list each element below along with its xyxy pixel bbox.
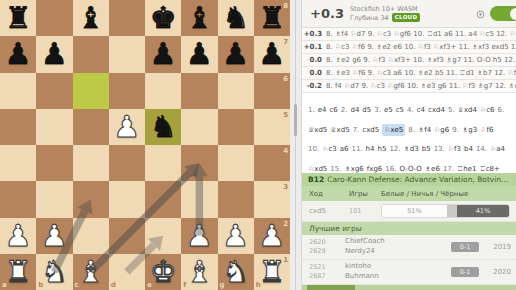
move-number: 15. — [330, 163, 341, 174]
move-number: 5. — [448, 104, 455, 117]
move-number: 12. — [389, 143, 400, 156]
engine-line-5[interactable]: -0.28. f4 ♘d7 9. ♘c3 ♘gf6 10. ♗e3 g6 11.… — [302, 80, 516, 93]
engine-line-1[interactable]: +0.38. ♗f4 ♘d7 9. ♘c3 ♘gf6 10. ♖d1 a6 11… — [302, 28, 516, 41]
piece-white-pawn-d5[interactable]: ♟ — [109, 109, 145, 145]
move-token[interactable]: ♖he1 — [457, 163, 476, 174]
square-b8[interactable] — [36, 0, 72, 36]
move-token[interactable]: c5 — [396, 104, 404, 117]
piece-black-bishop-f8[interactable]: ♝ — [181, 0, 217, 36]
engine-name: Stockfish 10+ WASM — [350, 5, 420, 13]
square-f6[interactable] — [181, 73, 217, 109]
move-token[interactable]: ♘a4 — [490, 143, 505, 156]
move-number: 13. — [434, 143, 445, 156]
move-token[interactable]: ♖c8+ — [480, 163, 500, 174]
move-token[interactable]: b4 — [464, 143, 473, 156]
square-g4[interactable] — [218, 145, 254, 181]
piece-white-king-e1[interactable]: ♚ — [145, 254, 181, 290]
explorer-move-san: cxd5 — [302, 207, 349, 215]
square-a4[interactable] — [0, 145, 36, 181]
square-c6[interactable] — [73, 73, 109, 109]
square-a5[interactable] — [0, 109, 36, 145]
piece-black-pawn-a7[interactable]: ♟ — [0, 36, 36, 72]
move-number: 10. — [308, 143, 319, 156]
line-moves: 8. ♗e3 ♘f6 9. ♘c3 a6 10. ♗e2 b5 11. ♖d1 … — [326, 69, 516, 77]
move-number: 1. — [308, 104, 315, 117]
piece-black-rook-h8[interactable]: ♜ — [254, 0, 290, 36]
square-h4[interactable] — [254, 145, 290, 181]
move-token[interactable]: e4 — [318, 104, 327, 117]
square-d2[interactable] — [109, 218, 145, 254]
engine-lines: +0.38. ♗f4 ♘d7 9. ♘c3 ♘gf6 10. ♖d1 a6 11… — [302, 28, 516, 93]
piece-black-pawn-b7[interactable]: ♟ — [36, 36, 72, 72]
square-e3[interactable] — [145, 181, 181, 217]
move-token[interactable]: ♘f3 — [448, 143, 461, 156]
game-players: kintohoBuhmann — [345, 262, 451, 282]
move-number: 6. — [498, 104, 505, 117]
depth-label: Глубина 34 — [350, 14, 389, 22]
move-token[interactable]: d5 — [362, 104, 371, 117]
current-move[interactable]: ♘xe5 — [382, 124, 405, 137]
move-token[interactable]: ♗e6 — [425, 163, 440, 174]
move-token[interactable]: ♘xd5 — [308, 163, 327, 174]
line-moves: 8. ♗e2 g6 9. ♘f3 ♘xf3+ 10. ♗xf3 ♗g7 11. … — [326, 56, 516, 64]
square-b3[interactable] — [36, 181, 72, 217]
line-eval: +0.1 — [302, 43, 322, 51]
move-number: 11. — [351, 143, 362, 156]
square-h5[interactable] — [254, 109, 290, 145]
move-token[interactable]: fxg6 — [367, 163, 383, 174]
move-token[interactable]: ♗xg6 — [344, 163, 363, 174]
result-bar: 51%41% — [381, 204, 510, 218]
scrollbar-thumb[interactable] — [294, 104, 297, 136]
square-b6[interactable] — [36, 73, 72, 109]
piece-black-pawn-h7[interactable]: ♟ — [254, 36, 290, 72]
square-e2[interactable] — [145, 218, 181, 254]
square-b4[interactable] — [36, 145, 72, 181]
top-games-header: Лучшие игры — [302, 222, 516, 235]
square-c5[interactable] — [73, 109, 109, 145]
square-h3[interactable] — [254, 181, 290, 217]
move-token[interactable]: b5 — [422, 143, 431, 156]
move-number: 16. — [385, 163, 396, 174]
square-c7[interactable] — [73, 36, 109, 72]
move-number: 14. — [476, 143, 487, 156]
toggle-knob — [510, 8, 516, 20]
move-number: 4. — [407, 104, 414, 117]
move-token[interactable]: ♗d3 — [404, 143, 419, 156]
explorer-footer-bar — [302, 285, 516, 290]
game-year: 2020 — [487, 268, 516, 276]
game-result-badge: 0-1 — [451, 242, 479, 252]
explorer-column-headers: Ход Игры Белые / Ничья / Чёрные — [302, 186, 516, 201]
col-games: Игры — [349, 190, 381, 198]
game-players: ChiefCoachNerdy24 — [345, 237, 451, 257]
top-game-kintoho-vs-Buhmann[interactable]: 25212687kintohoBuhmann0-12020 — [302, 260, 516, 285]
cloud-badge: CLOUD — [392, 13, 421, 22]
piece-black-pawn-g7[interactable]: ♟ — [218, 36, 254, 72]
analysis-panel: +0.3 Stockfish 10+ WASM Глубина 34 CLOUD… — [302, 0, 516, 290]
piece-black-pawn-f7[interactable]: ♟ — [181, 36, 217, 72]
move-token[interactable]: ♘f6 — [480, 124, 493, 137]
line-moves: 8. f4 ♘d7 9. ♘c3 ♘gf6 10. ♗e3 g6 11. ♘f3… — [326, 82, 516, 90]
square-d3[interactable] — [109, 181, 145, 217]
square-c3[interactable] — [73, 181, 109, 217]
engine-depth: Глубина 34 CLOUD — [350, 13, 420, 22]
opening-name: Caro-Kann Defense: Advance Variation, Bo… — [327, 175, 510, 184]
analysis-app: ♜♝♚♝♞♜♟♟♟♟♟♟♟♞♟♟♟♟♟♜♞♝♚♝♞♜ 12345678abcde… — [0, 0, 516, 290]
col-move: Ход — [302, 190, 349, 198]
piece-black-rook-a8[interactable]: ♜ — [0, 0, 36, 36]
move-number: 9. — [452, 124, 459, 137]
move-number: 8. — [408, 124, 415, 137]
square-f4[interactable] — [181, 145, 217, 181]
square-h6[interactable] — [254, 73, 290, 109]
square-f3[interactable] — [181, 181, 217, 217]
piece-white-pawn-a2[interactable]: ♟ — [0, 218, 36, 254]
chess-board[interactable]: ♜♝♚♝♞♜♟♟♟♟♟♟♟♞♟♟♟♟♟♜♞♝♚♝♞♜ 12345678abcde… — [0, 0, 290, 290]
move-token[interactable]: ♕xd5 — [330, 124, 349, 137]
square-e6[interactable] — [145, 73, 181, 109]
piece-black-knight-e5[interactable]: ♞ — [145, 109, 181, 145]
line-eval: 0.0 — [302, 69, 322, 77]
square-g6[interactable] — [218, 73, 254, 109]
square-d1[interactable] — [109, 254, 145, 290]
top-games-list: 26202629ChiefCoachNerdy240-1201925212687… — [302, 235, 516, 285]
move-token[interactable]: ♘c3 — [322, 143, 337, 156]
move-token[interactable]: h5 — [378, 143, 387, 156]
line-eval: 0.0 — [302, 56, 322, 64]
piece-white-knight-b1[interactable]: ♞ — [36, 254, 72, 290]
line-eval: +0.3 — [302, 30, 322, 38]
move-token[interactable]: a6 — [340, 143, 349, 156]
square-c2[interactable] — [73, 218, 109, 254]
move-token[interactable]: ♗g3 — [462, 124, 477, 137]
explorer-move-cxd5[interactable]: cxd510151%41% — [302, 201, 516, 222]
move-token[interactable]: ♕xd5 — [308, 124, 327, 137]
move-token[interactable]: d4 — [350, 104, 359, 117]
move-token[interactable]: c6 — [329, 104, 337, 117]
piece-white-bishop-f1[interactable]: ♝ — [181, 254, 217, 290]
game-year: 2019 — [487, 243, 516, 251]
move-token[interactable]: c4 — [417, 104, 425, 117]
game-result-badge: 0-1 — [451, 267, 479, 277]
game-ratings: 26202629 — [302, 238, 345, 257]
engine-eval: +0.3 — [310, 6, 344, 21]
square-d7[interactable] — [109, 36, 145, 72]
move-token[interactable]: ♘g6 — [434, 124, 449, 137]
piece-black-knight-g8[interactable]: ♞ — [218, 0, 254, 36]
line-moves: 8. ♗f4 ♘d7 9. ♘c3 ♘gf6 10. ♖d1 a6 11. a4… — [326, 30, 516, 38]
white-pct: 51% — [382, 205, 447, 217]
piece-white-rook-h1[interactable]: ♜ — [254, 254, 290, 290]
piece-white-pawn-h2[interactable]: ♟ — [254, 218, 290, 254]
engine-header: +0.3 Stockfish 10+ WASM Глубина 34 CLOUD — [302, 0, 516, 28]
move-token[interactable]: O-O-O — [399, 163, 421, 174]
top-game-ChiefCoach-vs-Nerdy24[interactable]: 26202629ChiefCoachNerdy240-12019 — [302, 235, 516, 260]
square-a3[interactable] — [0, 181, 36, 217]
square-d8[interactable] — [109, 0, 145, 36]
draw-pct — [447, 205, 457, 217]
move-number: 17. — [443, 163, 454, 174]
explorer-game-count: 101 — [349, 207, 381, 215]
piece-white-rook-a1[interactable]: ♜ — [0, 254, 36, 290]
engine-line-2[interactable]: +0.18. ♘c3 ♘f6 9. ♗e2 e6 10. ♘f3 ♘xf3+ 1… — [302, 41, 516, 54]
move-token[interactable]: ♗f4 — [418, 124, 431, 137]
square-g5[interactable] — [218, 109, 254, 145]
move-token[interactable]: h4 — [366, 143, 375, 156]
square-d6[interactable] — [109, 73, 145, 109]
piece-white-bishop-c1[interactable]: ♝ — [73, 254, 109, 290]
engine-line-3[interactable]: 0.08. ♗e2 g6 9. ♘f3 ♘xf3+ 10. ♗xf3 ♗g7 1… — [302, 54, 516, 67]
line-eval: -0.2 — [302, 82, 322, 90]
scrollbar-track — [295, 0, 296, 290]
engine-toggle[interactable] — [490, 6, 516, 21]
move-number: 7. — [353, 124, 360, 137]
piece-white-knight-g1[interactable]: ♞ — [218, 254, 254, 290]
square-a6[interactable] — [0, 73, 36, 109]
square-g3[interactable] — [218, 181, 254, 217]
piece-black-pawn-e7[interactable]: ♟ — [145, 36, 181, 72]
explorer-move-rows: cxd510151%41% — [302, 201, 516, 222]
col-results: Белые / Ничья / Чёрные — [381, 190, 516, 198]
move-token[interactable]: cxd5 — [362, 124, 379, 137]
square-e4[interactable] — [145, 145, 181, 181]
engine-meta: Stockfish 10+ WASM Глубина 34 CLOUD — [350, 5, 420, 22]
move-number: 3. — [374, 104, 381, 117]
move-token[interactable]: cxd4 — [428, 104, 445, 117]
line-moves: 8. ♘c3 ♘f6 9. ♗e2 e6 10. ♘f3 ♘xf3+ 11. ♗… — [326, 43, 516, 51]
game-ratings: 25212687 — [302, 263, 345, 282]
black-pct: 41% — [457, 205, 509, 217]
move-list: 1.e4c62.d4d53.e5c54.c4cxd45.♕xd4♘c66.♕xd… — [302, 93, 516, 173]
piece-white-pawn-f2[interactable]: ♟ — [181, 218, 217, 254]
board-panel-gutter — [290, 0, 302, 290]
engine-settings-icon[interactable] — [476, 4, 485, 23]
piece-white-pawn-b2[interactable]: ♟ — [36, 218, 72, 254]
square-b5[interactable] — [36, 109, 72, 145]
opening-eco: B12 — [308, 175, 324, 184]
footer-indicator — [307, 285, 355, 290]
square-c4[interactable] — [73, 145, 109, 181]
square-f5[interactable] — [181, 109, 217, 145]
engine-line-4[interactable]: 0.08. ♗e3 ♘f6 9. ♘c3 a6 10. ♗e2 b5 11. ♖… — [302, 67, 516, 80]
move-token[interactable]: ♕xd4 — [458, 104, 477, 117]
move-number: 2. — [341, 104, 348, 117]
piece-black-king-e8[interactable]: ♚ — [145, 0, 181, 36]
move-token[interactable]: ♘c6 — [480, 104, 495, 117]
opening-header: B12 Caro-Kann Defense: Advance Variation… — [302, 173, 516, 186]
move-token[interactable]: e5 — [384, 104, 393, 117]
square-d4[interactable] — [109, 145, 145, 181]
piece-white-pawn-g2[interactable]: ♟ — [218, 218, 254, 254]
piece-black-bishop-c8[interactable]: ♝ — [73, 0, 109, 36]
